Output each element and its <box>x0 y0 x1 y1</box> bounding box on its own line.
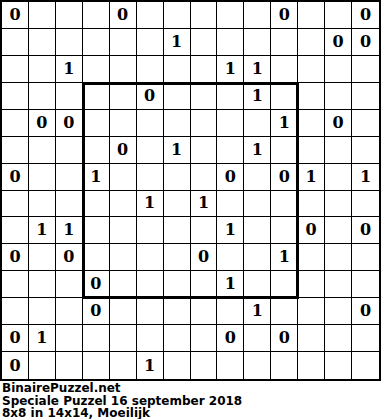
cell-r3c10: 1 <box>244 56 271 83</box>
cell-r8c14[interactable] <box>352 191 379 218</box>
cell-r12c13[interactable] <box>325 298 352 325</box>
cell-r13c6[interactable] <box>137 325 164 352</box>
cell-r10c11: 1 <box>271 244 298 271</box>
cell-r12c1[interactable] <box>2 298 29 325</box>
cell-r3c12[interactable] <box>298 56 325 83</box>
cell-r9c5[interactable] <box>110 217 137 244</box>
cell-r13c5[interactable] <box>110 325 137 352</box>
cell-r8c13[interactable] <box>325 191 352 218</box>
cell-r2c4[interactable] <box>83 29 110 56</box>
cell-r1c3[interactable] <box>56 2 83 29</box>
cell-r10c9[interactable] <box>217 244 244 271</box>
cell-r11c14[interactable] <box>352 271 379 298</box>
cell-r3c11[interactable] <box>271 56 298 83</box>
cell-r5c4[interactable] <box>83 110 110 137</box>
cell-r4c5[interactable] <box>110 83 137 110</box>
cell-r12c12[interactable] <box>298 298 325 325</box>
cell-r2c11[interactable] <box>271 29 298 56</box>
cell-r7c7[interactable] <box>164 164 191 191</box>
cell-r5c6[interactable] <box>137 110 164 137</box>
cell-r1c6[interactable] <box>137 2 164 29</box>
cell-r13c11: 0 <box>271 325 298 352</box>
cell-r5c12[interactable] <box>298 110 325 137</box>
cell-r8c5[interactable] <box>110 191 137 218</box>
cell-r12c14: 0 <box>352 298 379 325</box>
cell-r7c12: 1 <box>298 164 325 191</box>
cell-r11c4: 0 <box>83 271 110 298</box>
cell-r7c2[interactable] <box>29 164 56 191</box>
cell-r2c5[interactable] <box>110 29 137 56</box>
cell-r7c4: 1 <box>83 164 110 191</box>
cell-r4c11[interactable] <box>271 83 298 110</box>
cell-r9c13[interactable] <box>325 217 352 244</box>
cell-r14c11[interactable] <box>271 352 298 379</box>
cell-r14c7[interactable] <box>164 352 191 379</box>
cell-r9c9: 1 <box>217 217 244 244</box>
cell-r8c2[interactable] <box>29 191 56 218</box>
cell-r14c9[interactable] <box>217 352 244 379</box>
cell-r5c14[interactable] <box>352 110 379 137</box>
cell-r1c2[interactable] <box>29 2 56 29</box>
cell-r7c10[interactable] <box>244 164 271 191</box>
cell-r8c1[interactable] <box>2 191 29 218</box>
cell-r5c1[interactable] <box>2 110 29 137</box>
cell-r12c9[interactable] <box>217 298 244 325</box>
cell-r7c11: 0 <box>271 164 298 191</box>
cell-r4c13[interactable] <box>325 83 352 110</box>
cell-r7c5[interactable] <box>110 164 137 191</box>
cell-r10c13[interactable] <box>325 244 352 271</box>
cell-r3c8[interactable] <box>191 56 218 83</box>
cell-r9c8[interactable] <box>191 217 218 244</box>
cell-r9c2: 1 <box>29 217 56 244</box>
cell-r8c4[interactable] <box>83 191 110 218</box>
cell-r7c3[interactable] <box>56 164 83 191</box>
cell-r1c5: 0 <box>110 2 137 29</box>
cell-r6c1[interactable] <box>2 137 29 164</box>
cell-r3c7[interactable] <box>164 56 191 83</box>
cell-r9c1[interactable] <box>2 217 29 244</box>
cell-r13c14[interactable] <box>352 325 379 352</box>
cell-r11c13[interactable] <box>325 271 352 298</box>
cell-r6c14[interactable] <box>352 137 379 164</box>
cell-r9c7[interactable] <box>164 217 191 244</box>
cell-r3c13[interactable] <box>325 56 352 83</box>
cell-r12c11[interactable] <box>271 298 298 325</box>
cell-r14c6: 1 <box>137 352 164 379</box>
cell-r6c2[interactable] <box>29 137 56 164</box>
cell-r2c7: 1 <box>164 29 191 56</box>
cell-r5c11: 1 <box>271 110 298 137</box>
cell-r12c6[interactable] <box>137 298 164 325</box>
cell-r11c1[interactable] <box>2 271 29 298</box>
cell-r2c3[interactable] <box>56 29 83 56</box>
cell-r10c3: 0 <box>56 244 83 271</box>
cell-r3c2[interactable] <box>29 56 56 83</box>
cell-r9c14: 0 <box>352 217 379 244</box>
cell-r12c2[interactable] <box>29 298 56 325</box>
cell-r9c4[interactable] <box>83 217 110 244</box>
cell-r10c6[interactable] <box>137 244 164 271</box>
cell-r14c8[interactable] <box>191 352 218 379</box>
cell-r8c9[interactable] <box>217 191 244 218</box>
cell-r6c3[interactable] <box>56 137 83 164</box>
cell-r9c10[interactable] <box>244 217 271 244</box>
cell-r11c2[interactable] <box>29 271 56 298</box>
cell-r3c1[interactable] <box>2 56 29 83</box>
cell-r6c10: 1 <box>244 137 271 164</box>
cell-r10c2[interactable] <box>29 244 56 271</box>
cell-r3c6[interactable] <box>137 56 164 83</box>
cell-r7c1: 0 <box>2 164 29 191</box>
cell-r10c1: 0 <box>2 244 29 271</box>
cell-r6c13[interactable] <box>325 137 352 164</box>
cell-r6c11[interactable] <box>271 137 298 164</box>
cell-r10c12[interactable] <box>298 244 325 271</box>
cell-r13c9: 0 <box>217 325 244 352</box>
cell-r4c3[interactable] <box>56 83 83 110</box>
cell-r13c10[interactable] <box>244 325 271 352</box>
cell-r4c4[interactable] <box>83 83 110 110</box>
cell-r13c2: 1 <box>29 325 56 352</box>
cell-r11c10[interactable] <box>244 271 271 298</box>
cell-r6c8[interactable] <box>191 137 218 164</box>
cell-r8c11[interactable] <box>271 191 298 218</box>
cell-r11c8[interactable] <box>191 271 218 298</box>
cell-r7c8[interactable] <box>191 164 218 191</box>
cell-r14c4[interactable] <box>83 352 110 379</box>
cell-r5c8[interactable] <box>191 110 218 137</box>
cell-r8c12[interactable] <box>298 191 325 218</box>
cell-r7c14: 1 <box>352 164 379 191</box>
cell-r4c8[interactable] <box>191 83 218 110</box>
cell-r13c1: 0 <box>2 325 29 352</box>
cell-r8c6: 1 <box>137 191 164 218</box>
cell-r7c9: 0 <box>217 164 244 191</box>
cell-r1c1: 0 <box>2 2 29 29</box>
cell-r5c2: 0 <box>29 110 56 137</box>
cell-r3c5[interactable] <box>110 56 137 83</box>
cell-r1c9[interactable] <box>217 2 244 29</box>
cell-r4c7[interactable] <box>164 83 191 110</box>
cell-r4c12[interactable] <box>298 83 325 110</box>
cell-r13c7[interactable] <box>164 325 191 352</box>
cell-r2c1[interactable] <box>2 29 29 56</box>
cell-r13c3[interactable] <box>56 325 83 352</box>
cell-r6c9[interactable] <box>217 137 244 164</box>
cell-r4c6: 0 <box>137 83 164 110</box>
cell-r14c12[interactable] <box>298 352 325 379</box>
cell-r10c14[interactable] <box>352 244 379 271</box>
cell-r3c14[interactable] <box>352 56 379 83</box>
cell-r12c10: 1 <box>244 298 271 325</box>
cell-r10c7[interactable] <box>164 244 191 271</box>
cell-r11c12[interactable] <box>298 271 325 298</box>
cell-r5c5[interactable] <box>110 110 137 137</box>
cell-r6c4[interactable] <box>83 137 110 164</box>
cell-r13c8[interactable] <box>191 325 218 352</box>
cell-r10c8: 0 <box>191 244 218 271</box>
cell-r4c1[interactable] <box>2 83 29 110</box>
cell-r14c2[interactable] <box>29 352 56 379</box>
cell-r9c11[interactable] <box>271 217 298 244</box>
cell-r12c4: 0 <box>83 298 110 325</box>
cell-r11c6[interactable] <box>137 271 164 298</box>
cell-r6c5: 0 <box>110 137 137 164</box>
cell-r8c8: 1 <box>191 191 218 218</box>
cell-r5c7[interactable] <box>164 110 191 137</box>
cell-r14c14[interactable] <box>352 352 379 379</box>
cell-r1c8[interactable] <box>191 2 218 29</box>
cell-r14c3[interactable] <box>56 352 83 379</box>
cell-r7c6[interactable] <box>137 164 164 191</box>
cell-r13c4[interactable] <box>83 325 110 352</box>
cell-r4c10: 1 <box>244 83 271 110</box>
cell-r13c12[interactable] <box>298 325 325 352</box>
cell-r3c3: 1 <box>56 56 83 83</box>
cell-r10c4[interactable] <box>83 244 110 271</box>
cell-r8c3[interactable] <box>56 191 83 218</box>
cell-r14c13[interactable] <box>325 352 352 379</box>
cell-r11c3[interactable] <box>56 271 83 298</box>
puzzle-footer: BinairePuzzel.net Speciale Puzzel 16 sep… <box>0 381 381 419</box>
cell-r6c7: 1 <box>164 137 191 164</box>
cell-r4c2[interactable] <box>29 83 56 110</box>
cell-r9c6[interactable] <box>137 217 164 244</box>
cell-r8c7[interactable] <box>164 191 191 218</box>
cell-r4c14[interactable] <box>352 83 379 110</box>
cell-r12c8[interactable] <box>191 298 218 325</box>
cell-r9c3: 1 <box>56 217 83 244</box>
cell-r14c10[interactable] <box>244 352 271 379</box>
cell-r1c4[interactable] <box>83 2 110 29</box>
cell-r14c5[interactable] <box>110 352 137 379</box>
cell-r5c13: 0 <box>325 110 352 137</box>
cell-r9c12: 0 <box>298 217 325 244</box>
cell-r11c7[interactable] <box>164 271 191 298</box>
cell-r2c8[interactable] <box>191 29 218 56</box>
cell-r2c6[interactable] <box>137 29 164 56</box>
cell-r1c14: 0 <box>352 2 379 29</box>
cell-r2c9[interactable] <box>217 29 244 56</box>
cell-r10c5[interactable] <box>110 244 137 271</box>
cell-r2c13: 0 <box>325 29 352 56</box>
cell-r6c6[interactable] <box>137 137 164 164</box>
cell-r13c13[interactable] <box>325 325 352 352</box>
cell-r11c5[interactable] <box>110 271 137 298</box>
cell-r2c14: 0 <box>352 29 379 56</box>
puzzle-info: 8x8 in 14x14, Moeilijk <box>2 407 381 419</box>
cell-r14c1: 0 <box>2 352 29 379</box>
cell-r12c7[interactable] <box>164 298 191 325</box>
cell-r5c10[interactable] <box>244 110 271 137</box>
cell-r1c13[interactable] <box>325 2 352 29</box>
cell-r5c3: 0 <box>56 110 83 137</box>
cell-r11c9: 1 <box>217 271 244 298</box>
cell-r2c10[interactable] <box>244 29 271 56</box>
cell-r2c12[interactable] <box>298 29 325 56</box>
cell-r4c9[interactable] <box>217 83 244 110</box>
cell-r1c10[interactable] <box>244 2 271 29</box>
cell-r5c9[interactable] <box>217 110 244 137</box>
cell-r2c2[interactable] <box>29 29 56 56</box>
cell-r8c10[interactable] <box>244 191 271 218</box>
cell-r3c4[interactable] <box>83 56 110 83</box>
cell-r3c9: 1 <box>217 56 244 83</box>
cell-r10c10[interactable] <box>244 244 271 271</box>
cell-r12c5[interactable] <box>110 298 137 325</box>
site-title: BinairePuzzel.net <box>2 382 381 395</box>
cell-r1c12[interactable] <box>298 2 325 29</box>
cell-r11c11[interactable] <box>271 271 298 298</box>
cell-r7c13[interactable] <box>325 164 352 191</box>
puzzle-board: 0000100111010010011010011111110000010101… <box>0 0 381 381</box>
cell-r1c7[interactable] <box>164 2 191 29</box>
cell-r12c3[interactable] <box>56 298 83 325</box>
cell-r6c12[interactable] <box>298 137 325 164</box>
cell-r1c11: 0 <box>271 2 298 29</box>
